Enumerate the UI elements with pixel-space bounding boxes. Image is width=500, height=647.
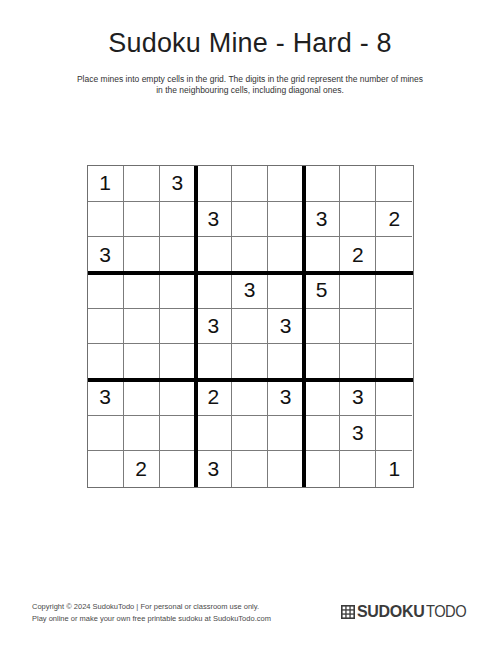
cell-r8c1[interactable] [88, 416, 124, 452]
cell-r9c9: 1 [376, 451, 412, 487]
cell-r9c1[interactable] [88, 451, 124, 487]
cell-r5c1[interactable] [88, 309, 124, 345]
cell-r4c3[interactable] [160, 273, 196, 309]
logo-text-sudoku: SUDOKU [357, 603, 425, 621]
cell-r5c9[interactable] [376, 309, 412, 345]
cell-r5c5[interactable] [232, 309, 268, 345]
cell-r8c5[interactable] [232, 416, 268, 452]
cell-r6c7[interactable] [304, 344, 340, 380]
cell-r5c4: 3 [196, 309, 232, 345]
copyright: Copyright © 2024 SudokuTodo | For person… [32, 601, 271, 624]
cell-r6c2[interactable] [124, 344, 160, 380]
cell-r6c4[interactable] [196, 344, 232, 380]
sudoku-mine-board: 1333232353332333231 [87, 165, 414, 488]
cell-r2c7: 3 [304, 202, 340, 238]
box-divider-horizontal-1 [88, 271, 413, 275]
cell-r7c9[interactable] [376, 380, 412, 416]
cell-r9c8[interactable] [340, 451, 376, 487]
cell-r3c8: 2 [340, 237, 376, 273]
cell-r1c4[interactable] [196, 166, 232, 202]
copyright-line-2: Play online or make your own free printa… [32, 614, 271, 623]
cell-r5c8[interactable] [340, 309, 376, 345]
cell-r6c5[interactable] [232, 344, 268, 380]
cell-r1c7[interactable] [304, 166, 340, 202]
cell-r9c2: 2 [124, 451, 160, 487]
cell-r2c9: 2 [376, 202, 412, 238]
cell-r4c8[interactable] [340, 273, 376, 309]
cell-r8c7[interactable] [304, 416, 340, 452]
cell-r8c9[interactable] [376, 416, 412, 452]
cell-r2c1[interactable] [88, 202, 124, 238]
cell-r2c2[interactable] [124, 202, 160, 238]
cell-r6c9[interactable] [376, 344, 412, 380]
cell-r8c8: 3 [340, 416, 376, 452]
cell-r6c3[interactable] [160, 344, 196, 380]
cell-r6c1[interactable] [88, 344, 124, 380]
logo-text-todo: TODO [426, 603, 466, 621]
cell-r5c2[interactable] [124, 309, 160, 345]
cell-r7c2[interactable] [124, 380, 160, 416]
cell-r5c3[interactable] [160, 309, 196, 345]
cell-r1c3: 3 [160, 166, 196, 202]
cell-r7c5[interactable] [232, 380, 268, 416]
cell-r8c4[interactable] [196, 416, 232, 452]
cell-r2c4: 3 [196, 202, 232, 238]
cell-r4c4[interactable] [196, 273, 232, 309]
cell-r8c3[interactable] [160, 416, 196, 452]
cell-r8c2[interactable] [124, 416, 160, 452]
cell-r2c6[interactable] [268, 202, 304, 238]
instructions: Place mines into empty cells in the grid… [30, 74, 470, 96]
cell-r1c8[interactable] [340, 166, 376, 202]
cell-r3c5[interactable] [232, 237, 268, 273]
cell-r3c2[interactable] [124, 237, 160, 273]
cell-r3c3[interactable] [160, 237, 196, 273]
box-divider-vertical-2 [302, 166, 306, 487]
cell-r4c9[interactable] [376, 273, 412, 309]
cell-r8c6[interactable] [268, 416, 304, 452]
cell-r2c5[interactable] [232, 202, 268, 238]
instructions-line-2: in the neighbouring cells, including dia… [156, 85, 344, 95]
cell-r9c4: 3 [196, 451, 232, 487]
cell-r4c7: 5 [304, 273, 340, 309]
cell-r3c4[interactable] [196, 237, 232, 273]
box-divider-vertical-1 [194, 166, 198, 487]
cell-r2c8[interactable] [340, 202, 376, 238]
cell-r1c2[interactable] [124, 166, 160, 202]
logo-grid-icon [341, 605, 355, 619]
cell-r7c6: 3 [268, 380, 304, 416]
page-title: Sudoku Mine - Hard - 8 [0, 26, 500, 60]
cell-r6c8[interactable] [340, 344, 376, 380]
cell-r7c1: 3 [88, 380, 124, 416]
cell-r3c7[interactable] [304, 237, 340, 273]
cell-r7c3[interactable] [160, 380, 196, 416]
cell-r1c6[interactable] [268, 166, 304, 202]
cell-r7c4: 2 [196, 380, 232, 416]
cell-r9c6[interactable] [268, 451, 304, 487]
sudokutodo-logo: SUDOKUTODO [341, 603, 470, 621]
cell-r6c6[interactable] [268, 344, 304, 380]
cell-r9c3[interactable] [160, 451, 196, 487]
cell-r5c7[interactable] [304, 309, 340, 345]
cell-r1c9[interactable] [376, 166, 412, 202]
cell-r4c6[interactable] [268, 273, 304, 309]
cell-r1c1: 1 [88, 166, 124, 202]
cell-r3c6[interactable] [268, 237, 304, 273]
cell-r1c5[interactable] [232, 166, 268, 202]
box-divider-horizontal-2 [88, 378, 413, 382]
cell-r4c5: 3 [232, 273, 268, 309]
cell-r3c9[interactable] [376, 237, 412, 273]
cell-r7c8: 3 [340, 380, 376, 416]
cell-r9c7[interactable] [304, 451, 340, 487]
copyright-line-1: Copyright © 2024 SudokuTodo | For person… [32, 602, 259, 611]
cell-r7c7[interactable] [304, 380, 340, 416]
cell-r2c3[interactable] [160, 202, 196, 238]
cell-r5c6: 3 [268, 309, 304, 345]
cell-r3c1: 3 [88, 237, 124, 273]
cell-r9c5[interactable] [232, 451, 268, 487]
cell-r4c1[interactable] [88, 273, 124, 309]
instructions-line-1: Place mines into empty cells in the grid… [77, 74, 423, 84]
cell-r4c2[interactable] [124, 273, 160, 309]
